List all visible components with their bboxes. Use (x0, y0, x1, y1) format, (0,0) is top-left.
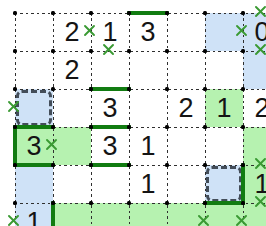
x-mark-v-6-0[interactable] (235, 24, 248, 37)
grid-dot (51, 163, 55, 167)
cell-r3c5[interactable] (205, 127, 243, 165)
cell-r1c2[interactable] (91, 51, 129, 89)
grid-dot (203, 49, 207, 53)
cell-r2c5[interactable] (205, 89, 243, 127)
cell-r2c4[interactable] (167, 89, 205, 127)
x-mark-h-6-1[interactable] (254, 43, 266, 56)
grid-dot (241, 49, 245, 53)
drawn-edge-h-3-0[interactable] (127, 11, 169, 15)
grid-dot (165, 49, 169, 53)
x-mark-v-5-5[interactable] (197, 214, 210, 226)
grid-dot (127, 87, 131, 91)
cell-r0c0[interactable] (15, 13, 53, 51)
drawn-edge-v-0-3[interactable] (13, 125, 17, 167)
grid-dot (89, 11, 93, 15)
grid-line-v-1 (53, 13, 54, 226)
grid-dot (203, 125, 207, 129)
cell-r1c3[interactable] (129, 51, 167, 89)
grid-dot (165, 87, 169, 91)
grid-dot (203, 163, 207, 167)
grid-dot (241, 125, 245, 129)
cell-r5c0[interactable] (15, 203, 53, 226)
cell-r4c0[interactable] (15, 165, 53, 203)
cell-r0c4[interactable] (167, 13, 205, 51)
cell-r4c1[interactable] (53, 165, 91, 203)
grid-dot (241, 87, 245, 91)
cell-r3c2[interactable] (91, 127, 129, 165)
x-mark-v-0-5[interactable] (7, 214, 20, 226)
cell-r5c3[interactable] (129, 203, 167, 226)
cell-r1c4[interactable] (167, 51, 205, 89)
drawn-edge-v-6-4[interactable] (241, 163, 245, 205)
grid-dot (13, 11, 17, 15)
drawn-edge-h-0-4[interactable] (13, 163, 55, 167)
grid-dot (13, 87, 17, 91)
grid-dot (241, 11, 245, 15)
grid-dot (165, 125, 169, 129)
grid-dot (51, 125, 55, 129)
grid-dot (13, 49, 17, 53)
grid-dot (89, 201, 93, 205)
grid-dot (89, 163, 93, 167)
x-mark-v-0-2[interactable] (7, 100, 20, 113)
drawn-edge-h-5-5[interactable] (203, 201, 245, 205)
cell-r1c5[interactable] (205, 51, 243, 89)
cell-r0c3[interactable] (129, 13, 167, 51)
cell-r3c4[interactable] (167, 127, 205, 165)
grid-dot (13, 201, 17, 205)
x-mark-v-6-5[interactable] (235, 214, 248, 226)
cell-r1c0[interactable] (15, 51, 53, 89)
grid-line-v-3 (129, 13, 130, 226)
grid-line-v-4 (167, 13, 168, 226)
cell-r1c1[interactable] (53, 51, 91, 89)
x-mark-h-6-0[interactable] (254, 5, 266, 18)
grid-dot (127, 201, 131, 205)
grid-dot (51, 87, 55, 91)
grid-dot (51, 11, 55, 15)
grid-dot (203, 201, 207, 205)
marked-cell-outline-r4c5 (206, 166, 242, 202)
slitherlink-board: 213023212331111 (0, 0, 266, 226)
cell-r3c1[interactable] (53, 127, 91, 165)
cell-r2c2[interactable] (91, 89, 129, 127)
cell-r2c1[interactable] (53, 89, 91, 127)
grid-dot (203, 11, 207, 15)
x-mark-h-6-4[interactable] (254, 157, 266, 170)
cell-r5c2[interactable] (91, 203, 129, 226)
grid-dot (127, 125, 131, 129)
grid-dot (165, 11, 169, 15)
cell-r4c4[interactable] (167, 165, 205, 203)
x-mark-v-1-3[interactable] (45, 138, 58, 151)
grid-dot (89, 87, 93, 91)
cell-r3c3[interactable] (129, 127, 167, 165)
grid-dot (165, 201, 169, 205)
x-mark-h-2-1[interactable] (102, 43, 115, 56)
grid-dot (89, 125, 93, 129)
marked-cell-outline-r2c0 (16, 90, 52, 126)
grid-dot (241, 163, 245, 167)
grid-dot (51, 49, 55, 53)
grid-dot (241, 201, 245, 205)
grid-dot (127, 163, 131, 167)
cell-r5c1[interactable] (53, 203, 91, 226)
cell-r1c6[interactable] (243, 51, 266, 89)
cell-r2c3[interactable] (129, 89, 167, 127)
drawn-edge-h-2-4[interactable] (89, 163, 131, 167)
x-mark-h-6-5[interactable] (254, 195, 266, 208)
drawn-edge-h-2-3[interactable] (89, 125, 131, 129)
grid-line-v-2 (91, 13, 92, 226)
grid-dot (51, 201, 55, 205)
grid-dot (89, 49, 93, 53)
cell-r2c6[interactable] (243, 89, 266, 127)
grid-dot (13, 125, 17, 129)
grid-dot (203, 87, 207, 91)
drawn-edge-h-0-3[interactable] (13, 125, 55, 129)
x-mark-v-2-0[interactable] (83, 24, 96, 37)
grid-dot (127, 11, 131, 15)
cell-r4c2[interactable] (91, 165, 129, 203)
grid-dot (165, 163, 169, 167)
grid-dot (13, 163, 17, 167)
grid-dot (127, 49, 131, 53)
cell-r4c3[interactable] (129, 165, 167, 203)
drawn-edge-h-2-2[interactable] (89, 87, 131, 91)
